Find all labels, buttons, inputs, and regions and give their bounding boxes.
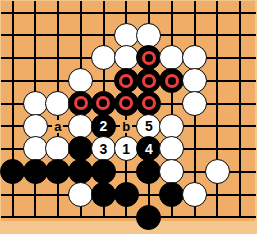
- board-bottom-margin: [0, 221, 257, 234]
- white-stone: [45, 91, 70, 116]
- point-c8-r8: [183, 183, 206, 206]
- white-stone: [68, 114, 93, 139]
- point-c4-r5: 2: [92, 115, 115, 138]
- red-circle-mark: [165, 74, 179, 88]
- go-diagram: a2b5314: [0, 0, 257, 234]
- point-c3-r6: [69, 138, 92, 161]
- black-stone-circle-marked: [91, 91, 116, 116]
- point-c4-r8: [92, 183, 115, 206]
- point-c2-r2: [47, 47, 70, 70]
- white-stone: [23, 91, 48, 116]
- white-stone: [114, 45, 139, 70]
- point-c1-r1: [24, 24, 47, 47]
- red-circle-mark: [96, 96, 110, 110]
- point-c10-r5: [229, 115, 252, 138]
- point-c8-r7: [183, 160, 206, 183]
- point-c8-r5: [183, 115, 206, 138]
- black-stone: [159, 182, 184, 207]
- point-c6-r0: [138, 1, 161, 24]
- white-stone-move-3: 3: [91, 136, 116, 161]
- white-stone: [205, 159, 230, 184]
- black-stone-circle-marked: [136, 91, 161, 116]
- point-label-a: a: [52, 120, 63, 133]
- point-c10-r3: [229, 69, 252, 92]
- point-c2-r3: [47, 69, 70, 92]
- point-c3-r2: [69, 47, 92, 70]
- white-stone: [23, 136, 48, 161]
- point-c8-r0: [183, 1, 206, 24]
- point-c6-r9: [138, 206, 161, 229]
- point-c9-r7: [206, 160, 229, 183]
- point-c7-r3: [160, 69, 183, 92]
- white-stone: [114, 23, 139, 48]
- black-stone: [136, 205, 161, 230]
- point-c0-r0: [1, 1, 24, 24]
- point-c8-r1: [183, 24, 206, 47]
- point-c7-r7: [160, 160, 183, 183]
- point-c5-r5: b: [115, 115, 138, 138]
- point-c9-r6: [206, 138, 229, 161]
- point-c6-r1: [138, 24, 161, 47]
- white-stone: [159, 136, 184, 161]
- red-circle-mark: [142, 51, 156, 65]
- point-c4-r3: [92, 69, 115, 92]
- black-stone-circle-marked: [136, 45, 161, 70]
- point-c7-r8: [160, 183, 183, 206]
- point-c10-r6: [229, 138, 252, 161]
- point-c10-r2: [229, 47, 252, 70]
- point-c6-r3: [138, 69, 161, 92]
- point-c1-r5: [24, 115, 47, 138]
- point-c9-r1: [206, 24, 229, 47]
- point-c7-r0: [160, 1, 183, 24]
- white-stone: [23, 114, 48, 139]
- point-c1-r7: [24, 160, 47, 183]
- point-c9-r0: [206, 1, 229, 24]
- white-stone: [182, 91, 207, 116]
- point-c3-r5: [69, 115, 92, 138]
- point-c0-r4: [1, 92, 24, 115]
- point-c9-r8: [206, 183, 229, 206]
- point-c6-r6: 4: [138, 138, 161, 161]
- point-c0-r6: [1, 138, 24, 161]
- point-c2-r7: [47, 160, 70, 183]
- point-c6-r8: [138, 183, 161, 206]
- point-c5-r3: [115, 69, 138, 92]
- point-c0-r5: [1, 115, 24, 138]
- black-stone-circle-marked: [159, 68, 184, 93]
- point-c2-r1: [47, 24, 70, 47]
- red-circle-mark: [74, 96, 88, 110]
- point-c10-r8: [229, 183, 252, 206]
- point-c7-r2: [160, 47, 183, 70]
- point-c7-r4: [160, 92, 183, 115]
- point-c4-r1: [92, 24, 115, 47]
- go-board: a2b5314: [1, 1, 251, 229]
- point-c2-r5: a: [47, 115, 70, 138]
- point-c0-r1: [1, 24, 24, 47]
- point-c3-r4: [69, 92, 92, 115]
- point-c10-r4: [229, 92, 252, 115]
- point-c6-r7: [138, 160, 161, 183]
- point-c7-r1: [160, 24, 183, 47]
- white-stone: [182, 182, 207, 207]
- red-circle-mark: [119, 96, 133, 110]
- point-c2-r0: [47, 1, 70, 24]
- point-c5-r1: [115, 24, 138, 47]
- point-c0-r3: [1, 69, 24, 92]
- point-c4-r2: [92, 47, 115, 70]
- black-stone-move-2: 2: [91, 114, 116, 139]
- point-c5-r8: [115, 183, 138, 206]
- point-c5-r2: [115, 47, 138, 70]
- white-stone: [68, 68, 93, 93]
- point-c7-r5: [160, 115, 183, 138]
- point-c10-r0: [229, 1, 252, 24]
- point-c1-r6: [24, 138, 47, 161]
- black-stone: [136, 159, 161, 184]
- white-stone: [182, 45, 207, 70]
- white-stone: [136, 23, 161, 48]
- black-stone: [23, 159, 48, 184]
- point-c8-r3: [183, 69, 206, 92]
- point-c9-r3: [206, 69, 229, 92]
- point-c9-r5: [206, 115, 229, 138]
- black-stone-circle-marked: [114, 91, 139, 116]
- point-c6-r5: 5: [138, 115, 161, 138]
- point-c8-r2: [183, 47, 206, 70]
- black-stone: [0, 159, 25, 184]
- white-stone: [68, 182, 93, 207]
- white-stone-move-5: 5: [136, 114, 161, 139]
- point-c6-r4: [138, 92, 161, 115]
- point-c3-r1: [69, 24, 92, 47]
- point-c1-r4: [24, 92, 47, 115]
- point-c7-r6: [160, 138, 183, 161]
- red-circle-mark: [119, 74, 133, 88]
- point-c1-r8: [24, 183, 47, 206]
- point-c9-r2: [206, 47, 229, 70]
- point-c2-r6: [47, 138, 70, 161]
- point-c2-r8: [47, 183, 70, 206]
- point-c3-r3: [69, 69, 92, 92]
- black-stone-move-4: 4: [136, 136, 161, 161]
- white-stone: [45, 136, 70, 161]
- white-stone-move-1: 1: [114, 136, 139, 161]
- point-c9-r4: [206, 92, 229, 115]
- point-c10-r7: [229, 160, 252, 183]
- point-c4-r7: [92, 160, 115, 183]
- point-c0-r2: [1, 47, 24, 70]
- point-c1-r0: [24, 1, 47, 24]
- point-c5-r7: [115, 160, 138, 183]
- point-c3-r0: [69, 1, 92, 24]
- black-stone: [91, 182, 116, 207]
- white-stone: [159, 45, 184, 70]
- white-stone: [91, 45, 116, 70]
- point-c4-r4: [92, 92, 115, 115]
- point-c0-r8: [1, 183, 24, 206]
- point-c5-r4: [115, 92, 138, 115]
- point-c6-r2: [138, 47, 161, 70]
- white-stone: [159, 114, 184, 139]
- black-stone-circle-marked: [68, 91, 93, 116]
- point-c8-r4: [183, 92, 206, 115]
- point-c0-r7: [1, 160, 24, 183]
- point-label-b: b: [120, 120, 132, 133]
- point-c4-r6: 3: [92, 138, 115, 161]
- white-stone: [159, 159, 184, 184]
- black-stone: [114, 182, 139, 207]
- point-c10-r1: [229, 24, 252, 47]
- black-stone: [68, 159, 93, 184]
- black-stone-circle-marked: [136, 68, 161, 93]
- point-c3-r7: [69, 160, 92, 183]
- point-c5-r0: [115, 1, 138, 24]
- red-circle-mark: [142, 96, 156, 110]
- white-stone: [182, 68, 207, 93]
- point-c4-r0: [92, 1, 115, 24]
- point-c8-r6: [183, 138, 206, 161]
- point-c1-r3: [24, 69, 47, 92]
- point-c3-r8: [69, 183, 92, 206]
- point-c5-r6: 1: [115, 138, 138, 161]
- black-stone: [91, 159, 116, 184]
- point-c2-r4: [47, 92, 70, 115]
- black-stone: [45, 159, 70, 184]
- black-stone-circle-marked: [114, 68, 139, 93]
- red-circle-mark: [142, 74, 156, 88]
- point-c1-r2: [24, 47, 47, 70]
- black-stone: [68, 136, 93, 161]
